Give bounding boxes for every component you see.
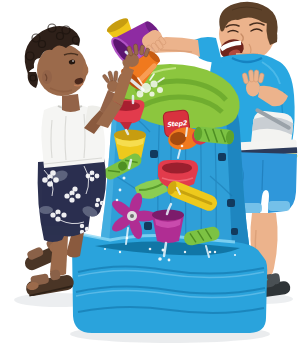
toddler-neck xyxy=(62,94,80,112)
product-photo: Step2 xyxy=(0,0,298,350)
base-basin xyxy=(72,234,268,333)
